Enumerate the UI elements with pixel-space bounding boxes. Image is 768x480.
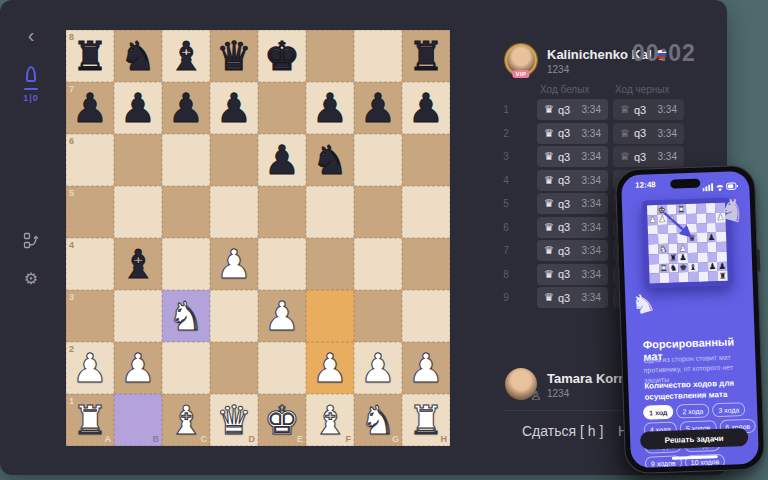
square-c3[interactable]: ♞ (162, 290, 210, 342)
bullet-icon-base (24, 88, 38, 90)
move-san: q3 (634, 127, 646, 139)
puzzle-piece: ♜ (659, 263, 669, 273)
puzzle-square: ♟ (657, 214, 667, 224)
white-pawn-a2[interactable]: ♟ (66, 342, 114, 394)
square-a3[interactable]: 3 (66, 290, 114, 342)
time-control-label: 1|0 (0, 93, 62, 103)
square-h2[interactable]: ♟ (402, 342, 450, 394)
white-pawn-h2[interactable]: ♟ (402, 342, 450, 394)
solve-puzzles-button[interactable]: Решать задачи (640, 428, 749, 450)
puzzle-square: ♟ (706, 232, 716, 242)
puzzle-square (648, 225, 658, 235)
move-san: q3 (558, 268, 570, 280)
phone-power-button (757, 250, 761, 272)
square-e5[interactable] (258, 186, 306, 238)
puzzle-square (686, 213, 696, 223)
move-time: 3:34 (582, 151, 601, 162)
square-g2[interactable]: ♟ (354, 342, 402, 394)
queen-filled-icon: ♛ (544, 292, 554, 303)
move-cell-white-4[interactable]: ♛q33:34 (537, 170, 608, 191)
square-e1[interactable]: E♚ (258, 394, 306, 446)
puzzle-square (679, 272, 689, 282)
move-cell-black-3[interactable]: ♕q33:34 (613, 146, 684, 167)
puzzle-square (648, 234, 658, 244)
black-pawn-b7[interactable]: ♟ (114, 82, 162, 134)
avatar-top-player[interactable]: VIP (505, 44, 537, 76)
move-number: 7 (498, 245, 514, 256)
puzzle-square (696, 213, 706, 223)
move-cell-black-2[interactable]: ♕q33:34 (613, 123, 684, 144)
move-time: 3:34 (658, 128, 677, 139)
square-f5[interactable] (306, 186, 354, 238)
square-d6[interactable] (210, 134, 258, 186)
square-a1[interactable]: 1A♜ (66, 394, 114, 446)
square-g4[interactable] (354, 238, 402, 290)
puzzle-square (677, 224, 687, 234)
puzzle-square (688, 272, 698, 282)
puzzle-piece: ♟ (667, 214, 677, 224)
move-row-2: 2♛q33:34♕q33:34 (498, 123, 727, 144)
rank-label: 5 (69, 188, 74, 198)
white-rook-a1[interactable]: ♜ (66, 394, 114, 446)
square-c2[interactable] (162, 342, 210, 394)
puzzle-square: ♟ (667, 214, 677, 224)
square-a8[interactable]: 8♜ (66, 30, 114, 82)
puzzle-square (658, 234, 668, 244)
move-cell-white-3[interactable]: ♛q33:34 (537, 146, 608, 167)
puzzle-square (677, 214, 687, 224)
square-h4[interactable] (402, 238, 450, 290)
move-san: q3 (558, 151, 570, 163)
queen-filled-icon: ♛ (544, 198, 554, 209)
black-pawn-f7[interactable]: ♟ (306, 82, 354, 134)
chip-1-moves[interactable]: 1 ход (643, 405, 674, 420)
move-time: 3:34 (582, 222, 601, 233)
move-san: q3 (558, 127, 570, 139)
move-cell-white-8[interactable]: ♛q33:34 (537, 264, 608, 285)
square-d1[interactable]: D♛ (210, 394, 258, 446)
square-h5[interactable] (402, 186, 450, 238)
square-b3[interactable] (114, 290, 162, 342)
move-san: q3 (558, 221, 570, 233)
square-f1[interactable]: F♝ (306, 394, 354, 446)
queen-filled-icon: ♛ (544, 245, 554, 256)
square-b1[interactable]: B (114, 394, 162, 446)
square-a4[interactable]: 4 (66, 238, 114, 290)
black-king-e8[interactable]: ♚ (258, 30, 306, 82)
white-pawn-b2[interactable]: ♟ (114, 342, 162, 394)
move-time: 3:34 (582, 175, 601, 186)
black-queen-d8[interactable]: ♛ (210, 30, 258, 82)
move-number: 6 (498, 222, 514, 233)
bottom-player-rating: 1234 (547, 388, 569, 399)
white-moves-header: Ход белых (540, 84, 589, 95)
move-row-1: 1♛q33:34♕q33:34 (498, 99, 727, 120)
move-number: 4 (498, 175, 514, 186)
puzzle-square (708, 271, 718, 281)
puzzle-square: ♟ (647, 215, 657, 225)
square-f8[interactable] (306, 30, 354, 82)
square-b8[interactable]: ♞ (114, 30, 162, 82)
square-e8[interactable]: ♚ (258, 30, 306, 82)
square-a5[interactable]: 5 (66, 186, 114, 238)
chip-3-moves[interactable]: 3 хода (712, 402, 745, 417)
puzzle-square: ♞ (658, 244, 668, 254)
puzzle-square: ♚ (678, 263, 688, 273)
puzzle-square: ♝ (688, 262, 698, 272)
square-e6[interactable]: ♟ (258, 134, 306, 186)
puzzle-piece: ♟ (657, 214, 667, 224)
square-b5[interactable] (114, 186, 162, 238)
square-g8[interactable] (354, 30, 402, 82)
puzzle-square (669, 273, 679, 283)
square-c1[interactable]: C♝ (162, 394, 210, 446)
square-d8[interactable]: ♛ (210, 30, 258, 82)
white-pawn-g2[interactable]: ♟ (354, 342, 402, 394)
puzzle-square (649, 254, 659, 264)
white-knight-g1[interactable]: ♞ (354, 394, 402, 446)
black-pawn-e6[interactable]: ♟ (258, 134, 306, 186)
puzzle-piece: ♝ (688, 262, 698, 272)
phone-screen: 12:48 ♚♜♟♟♟♟♛♟♞♟♜♟♜♞♚♝♟♟♜ (621, 171, 759, 468)
puzzle-square (717, 242, 727, 252)
black-bishop-b4[interactable]: ♝ (114, 238, 162, 290)
queen-filled-icon: ♛ (544, 151, 554, 162)
square-h6[interactable] (402, 134, 450, 186)
puzzle-square (648, 244, 658, 254)
chess-board: 8♜♞♝♛♚♜7♟♟♟♟♟♟♟6♟♞54♝♟3♞♟2♟♟♟♟♟1A♜BC♝D♛E… (66, 30, 450, 446)
phone-volume-up-button (616, 252, 620, 268)
gear-icon[interactable]: ⚙ (0, 269, 62, 288)
puzzle-square (649, 273, 659, 283)
square-c5[interactable] (162, 186, 210, 238)
move-time: 3:34 (582, 104, 601, 115)
move-time: 3:34 (582, 292, 601, 303)
puzzle-square (707, 242, 717, 252)
puzzle-piece: ♟ (707, 262, 717, 272)
square-e7[interactable] (258, 82, 306, 134)
puzzle-square (649, 264, 659, 274)
square-f2[interactable]: ♟ (306, 342, 354, 394)
puzzle-square: ♜ (718, 271, 728, 281)
square-h3[interactable] (402, 290, 450, 342)
square-g3[interactable] (354, 290, 402, 342)
move-cell-white-2[interactable]: ♛q33:34 (537, 123, 608, 144)
game-clock: 00:02 (632, 40, 696, 67)
puzzle-square: ♛ (687, 233, 697, 243)
puzzle-square (687, 243, 697, 253)
puzzle-square: ♞ (669, 263, 679, 273)
time-control-block: 1|0 (0, 66, 62, 103)
puzzle-piece: ♟ (706, 232, 716, 242)
square-e3[interactable]: ♟ (258, 290, 306, 342)
move-san: q3 (558, 245, 570, 257)
queen-filled-icon: ♛ (544, 104, 554, 115)
move-san: q3 (558, 198, 570, 210)
puzzle-square (697, 233, 707, 243)
move-time: 3:34 (658, 104, 677, 115)
phone-mute-switch (615, 234, 618, 244)
white-bishop-c1[interactable]: ♝ (162, 394, 210, 446)
square-a6[interactable]: 6 (66, 134, 114, 186)
rank-label: 6 (69, 136, 74, 146)
move-san: q3 (558, 104, 570, 116)
move-cell-black-1[interactable]: ♕q33:34 (613, 99, 684, 120)
move-cell-white-7[interactable]: ♛q33:34 (537, 240, 608, 261)
square-d7[interactable]: ♟ (210, 82, 258, 134)
move-number: 9 (498, 292, 514, 303)
queen-filled-icon: ♛ (544, 269, 554, 280)
puzzle-square (696, 223, 706, 233)
white-pawn-d4[interactable]: ♟ (210, 238, 258, 290)
queen-filled-icon: ♛ (544, 222, 554, 233)
puzzle-square (698, 262, 708, 272)
resign-button[interactable]: Сдаться [ h ] (522, 423, 603, 439)
move-time: 3:34 (582, 198, 601, 209)
move-number: 3 (498, 151, 514, 162)
queen-outline-icon: ♕ (620, 104, 630, 115)
puzzle-piece: ♜ (676, 204, 686, 214)
puzzle-board: ♚♜♟♟♟♟♛♟♞♟♜♟♜♞♚♝♟♟♜ (647, 203, 728, 284)
black-moves-header: Ход черных (615, 84, 670, 95)
moves-count-label: Количество ходов для осуществления мата (644, 378, 745, 403)
white-pawn-f2[interactable]: ♟ (306, 342, 354, 394)
square-h8[interactable]: ♜ (402, 30, 450, 82)
puzzle-piece: ♞ (669, 263, 679, 273)
square-b4[interactable]: ♝ (114, 238, 162, 290)
move-cell-white-9[interactable]: ♛q33:34 (537, 287, 608, 308)
white-knight-c3[interactable]: ♞ (162, 290, 210, 342)
chess-piece-badge: ♙ (530, 389, 541, 403)
phone-volume-down-button (616, 274, 620, 290)
white-queen-d1[interactable]: ♛ (210, 394, 258, 446)
puzzle-square (696, 203, 706, 213)
puzzle-square (668, 234, 678, 244)
move-time: 3:34 (658, 151, 677, 162)
square-c8[interactable]: ♝ (162, 30, 210, 82)
black-pawn-a7[interactable]: ♟ (66, 82, 114, 134)
black-pawn-g7[interactable]: ♟ (354, 82, 402, 134)
white-king-e1[interactable]: ♚ (258, 394, 306, 446)
move-number: 8 (498, 269, 514, 280)
vip-badge: VIP (512, 70, 529, 78)
move-row-3: 3♛q33:34♕q33:34 (498, 146, 727, 167)
puzzle-square (705, 203, 715, 213)
square-b7[interactable]: ♟ (114, 82, 162, 134)
black-bishop-c8[interactable]: ♝ (162, 30, 210, 82)
move-number: 2 (498, 128, 514, 139)
black-rook-a8[interactable]: ♜ (66, 30, 114, 82)
move-time: 3:34 (582, 128, 601, 139)
phone-mockup: 12:48 ♚♜♟♟♟♟♛♟♞♟♜♟♜♞♚♝♟♟♜ (615, 165, 766, 475)
move-san: q3 (558, 292, 570, 304)
white-rook-h1[interactable]: ♜ (402, 394, 450, 446)
puzzle-square (667, 224, 677, 234)
knight-illustration: ♞ (628, 288, 658, 319)
chip-2-moves[interactable]: 2 хода (676, 403, 709, 418)
black-pawn-h7[interactable]: ♟ (402, 82, 450, 134)
square-c4[interactable] (162, 238, 210, 290)
queen-filled-icon: ♛ (544, 128, 554, 139)
square-b6[interactable] (114, 134, 162, 186)
puzzle-square (716, 232, 726, 242)
black-pawn-d7[interactable]: ♟ (210, 82, 258, 134)
square-d4[interactable]: ♟ (210, 238, 258, 290)
square-c6[interactable] (162, 134, 210, 186)
move-san: q3 (558, 174, 570, 186)
page: { "game": "chess", "position": { "fen": … (0, 0, 768, 480)
move-san: q3 (634, 151, 646, 163)
puzzle-square: ♟ (707, 262, 717, 272)
move-cell-white-6[interactable]: ♛q33:34 (537, 217, 608, 238)
move-time: 3:34 (582, 269, 601, 280)
rank-label: 3 (69, 292, 74, 302)
file-label: B (153, 434, 160, 444)
avatar-bottom-player[interactable]: ♙ (505, 368, 537, 400)
back-chevron-icon[interactable]: ‹ (0, 24, 62, 46)
puzzle-piece: ♞ (658, 244, 668, 254)
move-cell-white-1[interactable]: ♛q33:34 (537, 99, 608, 120)
queen-outline-icon: ♕ (620, 151, 630, 162)
square-h7[interactable]: ♟ (402, 82, 450, 134)
move-san: q3 (634, 104, 646, 116)
square-f4[interactable] (306, 238, 354, 290)
move-number: 5 (498, 198, 514, 209)
puzzle-square (697, 252, 707, 262)
square-g6[interactable] (354, 134, 402, 186)
square-d2[interactable] (210, 342, 258, 394)
puzzle-square (659, 273, 669, 283)
puzzle-piece: ♟ (647, 215, 657, 225)
puzzle-piece: ♜ (718, 271, 728, 281)
square-d3[interactable] (210, 290, 258, 342)
square-g5[interactable] (354, 186, 402, 238)
square-h1[interactable]: H♜ (402, 394, 450, 446)
square-f7[interactable]: ♟ (306, 82, 354, 134)
left-sidebar: ‹ 1|0 ⚙ (0, 0, 62, 475)
square-e4[interactable] (258, 238, 306, 290)
black-rook-h8[interactable]: ♜ (402, 30, 450, 82)
puzzle-piece: ♚ (678, 263, 688, 273)
puzzle-square (677, 233, 687, 243)
black-knight-f6[interactable]: ♞ (306, 134, 354, 186)
analysis-icon[interactable] (0, 232, 62, 253)
square-d5[interactable] (210, 186, 258, 238)
square-f6[interactable]: ♞ (306, 134, 354, 186)
rank-label: 4 (69, 240, 74, 250)
queen-filled-icon: ♛ (544, 175, 554, 186)
black-knight-b8[interactable]: ♞ (114, 30, 162, 82)
white-bishop-f1[interactable]: ♝ (306, 394, 354, 446)
square-g7[interactable]: ♟ (354, 82, 402, 134)
square-e2[interactable] (258, 342, 306, 394)
white-pawn-e3[interactable]: ♟ (258, 290, 306, 342)
puzzle-square (686, 204, 696, 214)
black-pawn-c7[interactable]: ♟ (162, 82, 210, 134)
status-bar-time: 12:48 (635, 180, 656, 190)
square-c7[interactable]: ♟ (162, 82, 210, 134)
square-a2[interactable]: 2♟ (66, 342, 114, 394)
puzzle-piece: ♛ (687, 233, 697, 243)
queen-outline-icon: ♕ (620, 128, 630, 139)
puzzle-square: ♜ (659, 263, 669, 273)
square-f3[interactable] (306, 290, 354, 342)
puzzle-square (697, 242, 707, 252)
puzzle-square (657, 224, 667, 234)
dynamic-island (670, 179, 700, 189)
move-cell-white-5[interactable]: ♛q33:34 (537, 193, 608, 214)
top-player-rating: 1234 (547, 64, 569, 75)
square-g1[interactable]: G♞ (354, 394, 402, 446)
move-time: 3:34 (582, 245, 601, 256)
puzzle-square: ♜ (676, 204, 686, 214)
puzzle-square (698, 272, 708, 282)
square-a7[interactable]: 7♟ (66, 82, 114, 134)
bullet-icon (26, 66, 36, 82)
square-b2[interactable]: ♟ (114, 342, 162, 394)
move-number: 1 (498, 104, 514, 115)
